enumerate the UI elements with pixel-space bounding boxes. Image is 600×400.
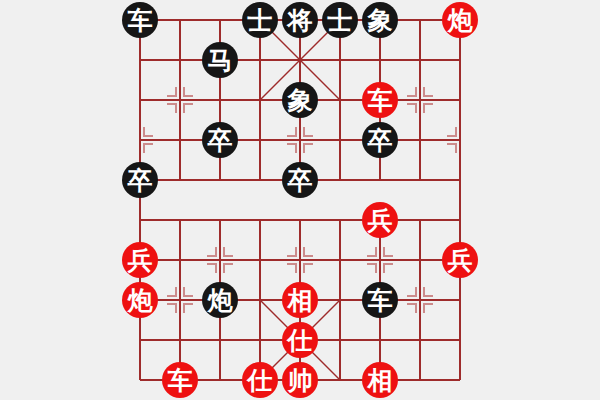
intersection-r3c8[interactable] bbox=[440, 120, 480, 160]
intersection-r3c4[interactable] bbox=[280, 120, 320, 160]
intersection-r9c5[interactable] bbox=[320, 360, 360, 400]
xiangqi-app: 车士将士象炮马象车卒卒卒卒兵兵兵炮炮相车仕车仕帅相 bbox=[0, 0, 600, 400]
intersection-r2c2[interactable] bbox=[200, 80, 240, 120]
black-advisor[interactable]: 士 bbox=[242, 2, 278, 38]
intersection-r1c4[interactable] bbox=[280, 40, 320, 80]
black-soldier[interactable]: 卒 bbox=[282, 162, 318, 198]
intersection-r7c4[interactable]: 相 bbox=[280, 280, 320, 320]
intersection-r3c3[interactable] bbox=[240, 120, 280, 160]
intersection-r5c6[interactable]: 兵 bbox=[360, 200, 400, 240]
intersection-r3c7[interactable] bbox=[400, 120, 440, 160]
intersection-r1c3[interactable] bbox=[240, 40, 280, 80]
xiangqi-board: 车士将士象炮马象车卒卒卒卒兵兵兵炮炮相车仕车仕帅相 bbox=[120, 0, 480, 400]
intersection-r8c4[interactable]: 仕 bbox=[280, 320, 320, 360]
intersection-r6c8[interactable]: 兵 bbox=[440, 240, 480, 280]
intersection-r5c5[interactable] bbox=[320, 200, 360, 240]
intersection-r7c1[interactable] bbox=[160, 280, 200, 320]
intersection-r8c6[interactable] bbox=[360, 320, 400, 360]
intersection-r7c6[interactable]: 车 bbox=[360, 280, 400, 320]
black-elephant[interactable]: 象 bbox=[282, 82, 318, 118]
intersection-r9c1[interactable]: 车 bbox=[160, 360, 200, 400]
intersection-r9c3[interactable]: 仕 bbox=[240, 360, 280, 400]
black-chariot[interactable]: 车 bbox=[362, 282, 398, 318]
red-chariot[interactable]: 车 bbox=[362, 82, 398, 118]
intersection-r4c8[interactable] bbox=[440, 160, 480, 200]
intersection-r5c8[interactable] bbox=[440, 200, 480, 240]
red-cannon[interactable]: 炮 bbox=[122, 282, 158, 318]
intersection-r2c6[interactable]: 车 bbox=[360, 80, 400, 120]
intersection-r4c6[interactable] bbox=[360, 160, 400, 200]
red-soldier[interactable]: 兵 bbox=[122, 242, 158, 278]
red-elephant[interactable]: 相 bbox=[362, 362, 398, 398]
intersection-r4c1[interactable] bbox=[160, 160, 200, 200]
red-advisor[interactable]: 仕 bbox=[242, 362, 278, 398]
intersection-r1c0[interactable] bbox=[120, 40, 160, 80]
intersection-r8c7[interactable] bbox=[400, 320, 440, 360]
intersection-r4c7[interactable] bbox=[400, 160, 440, 200]
intersection-r5c1[interactable] bbox=[160, 200, 200, 240]
intersection-r5c2[interactable] bbox=[200, 200, 240, 240]
intersection-r0c4[interactable]: 将 bbox=[280, 0, 320, 40]
intersection-r0c3[interactable]: 士 bbox=[240, 0, 280, 40]
intersection-r8c0[interactable] bbox=[120, 320, 160, 360]
intersection-r6c4[interactable] bbox=[280, 240, 320, 280]
black-elephant[interactable]: 象 bbox=[362, 2, 398, 38]
intersection-r4c3[interactable] bbox=[240, 160, 280, 200]
intersection-r8c8[interactable] bbox=[440, 320, 480, 360]
black-soldier[interactable]: 卒 bbox=[362, 122, 398, 158]
red-advisor[interactable]: 仕 bbox=[282, 322, 318, 358]
black-soldier[interactable]: 卒 bbox=[202, 122, 238, 158]
red-cannon[interactable]: 炮 bbox=[442, 2, 478, 38]
intersection-r2c8[interactable] bbox=[440, 80, 480, 120]
intersection-r6c2[interactable] bbox=[200, 240, 240, 280]
intersection-r5c7[interactable] bbox=[400, 200, 440, 240]
intersection-r2c1[interactable] bbox=[160, 80, 200, 120]
intersection-r6c3[interactable] bbox=[240, 240, 280, 280]
intersection-r4c4[interactable]: 卒 bbox=[280, 160, 320, 200]
intersection-r8c3[interactable] bbox=[240, 320, 280, 360]
intersection-r3c5[interactable] bbox=[320, 120, 360, 160]
intersection-r1c6[interactable] bbox=[360, 40, 400, 80]
intersection-r9c7[interactable] bbox=[400, 360, 440, 400]
intersection-r0c7[interactable] bbox=[400, 0, 440, 40]
intersection-r1c7[interactable] bbox=[400, 40, 440, 80]
intersection-r2c0[interactable] bbox=[120, 80, 160, 120]
intersection-r8c2[interactable] bbox=[200, 320, 240, 360]
intersection-r1c5[interactable] bbox=[320, 40, 360, 80]
intersection-r2c5[interactable] bbox=[320, 80, 360, 120]
intersection-r5c4[interactable] bbox=[280, 200, 320, 240]
intersection-r1c2[interactable]: 马 bbox=[200, 40, 240, 80]
intersection-r7c0[interactable]: 炮 bbox=[120, 280, 160, 320]
intersection-r4c2[interactable] bbox=[200, 160, 240, 200]
intersection-r6c5[interactable] bbox=[320, 240, 360, 280]
intersection-r6c0[interactable]: 兵 bbox=[120, 240, 160, 280]
black-advisor[interactable]: 士 bbox=[322, 2, 358, 38]
intersection-r8c1[interactable] bbox=[160, 320, 200, 360]
intersection-r8c5[interactable] bbox=[320, 320, 360, 360]
intersection-r0c2[interactable] bbox=[200, 0, 240, 40]
intersection-r9c2[interactable] bbox=[200, 360, 240, 400]
intersection-r5c0[interactable] bbox=[120, 200, 160, 240]
intersection-r6c6[interactable] bbox=[360, 240, 400, 280]
intersection-r0c1[interactable] bbox=[160, 0, 200, 40]
red-soldier[interactable]: 兵 bbox=[362, 202, 398, 238]
intersection-r7c7[interactable] bbox=[400, 280, 440, 320]
intersection-r0c6[interactable]: 象 bbox=[360, 0, 400, 40]
intersection-r9c0[interactable] bbox=[120, 360, 160, 400]
red-elephant[interactable]: 相 bbox=[282, 282, 318, 318]
intersection-r7c8[interactable] bbox=[440, 280, 480, 320]
intersection-r9c6[interactable]: 相 bbox=[360, 360, 400, 400]
intersection-r6c1[interactable] bbox=[160, 240, 200, 280]
intersection-r7c2[interactable]: 炮 bbox=[200, 280, 240, 320]
black-soldier[interactable]: 卒 bbox=[122, 162, 158, 198]
intersection-r2c3[interactable] bbox=[240, 80, 280, 120]
intersection-r7c3[interactable] bbox=[240, 280, 280, 320]
black-general[interactable]: 将 bbox=[282, 2, 318, 38]
intersection-r0c0[interactable]: 车 bbox=[120, 0, 160, 40]
red-chariot[interactable]: 车 bbox=[162, 362, 198, 398]
intersection-r4c0[interactable]: 卒 bbox=[120, 160, 160, 200]
intersection-r9c4[interactable]: 帅 bbox=[280, 360, 320, 400]
intersection-r3c1[interactable] bbox=[160, 120, 200, 160]
black-horse[interactable]: 马 bbox=[202, 42, 238, 78]
intersection-r5c3[interactable] bbox=[240, 200, 280, 240]
intersection-r1c1[interactable] bbox=[160, 40, 200, 80]
intersection-r2c4[interactable]: 象 bbox=[280, 80, 320, 120]
intersection-r4c5[interactable] bbox=[320, 160, 360, 200]
red-general[interactable]: 帅 bbox=[282, 362, 318, 398]
intersection-r0c8[interactable]: 炮 bbox=[440, 0, 480, 40]
black-cannon[interactable]: 炮 bbox=[202, 282, 238, 318]
intersection-r3c2[interactable]: 卒 bbox=[200, 120, 240, 160]
intersection-r2c7[interactable] bbox=[400, 80, 440, 120]
red-soldier[interactable]: 兵 bbox=[442, 242, 478, 278]
intersection-r6c7[interactable] bbox=[400, 240, 440, 280]
intersection-r0c5[interactable]: 士 bbox=[320, 0, 360, 40]
black-chariot[interactable]: 车 bbox=[122, 2, 158, 38]
intersection-r3c6[interactable]: 卒 bbox=[360, 120, 400, 160]
intersection-r9c8[interactable] bbox=[440, 360, 480, 400]
intersection-r1c8[interactable] bbox=[440, 40, 480, 80]
intersection-r3c0[interactable] bbox=[120, 120, 160, 160]
intersection-r7c5[interactable] bbox=[320, 280, 360, 320]
